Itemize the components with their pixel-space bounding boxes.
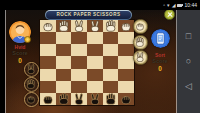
board-cell[interactable] xyxy=(87,69,103,81)
board-cell[interactable] xyxy=(40,56,56,68)
white-scissors-piece[interactable] xyxy=(89,20,101,32)
screen-icon: ▫ xyxy=(163,3,165,8)
recents-button[interactable]: □ xyxy=(186,32,191,41)
black-tray-scissors[interactable] xyxy=(24,62,39,77)
board-cell[interactable] xyxy=(71,44,87,56)
status-icons: ▫▾◢ xyxy=(163,3,175,8)
title-banner-inner: ROCK PAPER SCISSORS xyxy=(46,11,131,19)
board-cell[interactable] xyxy=(56,20,72,32)
board-cell[interactable] xyxy=(103,81,119,93)
black-rock-piece[interactable] xyxy=(42,93,54,105)
board-cell[interactable] xyxy=(118,32,134,44)
game-title: ROCK PAPER SCISSORS xyxy=(57,12,121,17)
black-rock-piece[interactable] xyxy=(26,94,36,104)
board-cell[interactable] xyxy=(103,20,119,32)
board-cell[interactable] xyxy=(71,69,87,81)
white-tray-rock[interactable] xyxy=(133,19,148,34)
board-cell[interactable] xyxy=(103,69,119,81)
board-cell[interactable] xyxy=(56,69,72,81)
board-cell[interactable] xyxy=(56,32,72,44)
title-banner: ROCK PAPER SCISSORS xyxy=(45,10,132,20)
white-paper-piece[interactable] xyxy=(105,20,117,32)
board-cell[interactable] xyxy=(71,81,87,93)
home-button[interactable]: ○ xyxy=(186,57,191,66)
avatar-right-player xyxy=(151,29,170,48)
black-scissors-piece[interactable] xyxy=(89,93,101,105)
white-scissors-piece[interactable] xyxy=(135,52,145,62)
board-cell[interactable] xyxy=(87,20,103,32)
board xyxy=(40,20,134,105)
board-cell[interactable] xyxy=(118,69,134,81)
board-cell[interactable] xyxy=(103,56,119,68)
board-cell[interactable] xyxy=(56,81,72,93)
board-cell[interactable] xyxy=(40,32,56,44)
left-score-label: Score xyxy=(5,51,35,57)
status-time: 10:44 xyxy=(184,3,197,8)
black-tray-paper[interactable] xyxy=(24,77,39,92)
black-tray-rock[interactable] xyxy=(24,92,39,107)
board-cell[interactable] xyxy=(118,81,134,93)
board-cell[interactable] xyxy=(56,44,72,56)
board-cell[interactable] xyxy=(56,93,72,105)
app-screen: ▫▾◢ 10:44 □○◁ ROCK PAPER SCISSORS Hvid S… xyxy=(0,0,200,113)
board-cell[interactable] xyxy=(87,32,103,44)
computer-phone-avatar-icon xyxy=(151,29,170,48)
board-cell[interactable] xyxy=(87,56,103,68)
board-cell[interactable] xyxy=(103,32,119,44)
white-paper-piece[interactable] xyxy=(58,20,70,32)
white-tray-paper[interactable] xyxy=(133,35,148,50)
board-cell[interactable] xyxy=(71,32,87,44)
white-rock-piece[interactable] xyxy=(120,20,132,32)
black-rock-piece[interactable] xyxy=(120,93,132,105)
board-cell[interactable] xyxy=(71,93,87,105)
board-cell[interactable] xyxy=(71,20,87,32)
coin-badge xyxy=(24,36,31,43)
close-button[interactable] xyxy=(164,9,175,20)
black-paper-piece[interactable] xyxy=(105,93,117,105)
battery-icon xyxy=(177,4,182,7)
board-cell[interactable] xyxy=(56,56,72,68)
black-paper-piece[interactable] xyxy=(26,79,36,89)
black-paper-piece[interactable] xyxy=(58,93,70,105)
board-cell[interactable] xyxy=(118,20,134,32)
board-cell[interactable] xyxy=(118,56,134,68)
board-cell[interactable] xyxy=(40,20,56,32)
white-scissors-piece[interactable] xyxy=(73,20,85,32)
board-cell[interactable] xyxy=(40,81,56,93)
board-cell[interactable] xyxy=(103,93,119,105)
right-score-value: 0 xyxy=(146,66,174,73)
android-nav-bar: □○◁ xyxy=(177,10,200,113)
white-rock-piece[interactable] xyxy=(42,20,54,32)
board-cell[interactable] xyxy=(87,44,103,56)
white-paper-piece[interactable] xyxy=(135,37,145,47)
signal-icon: ◢ xyxy=(172,3,176,8)
board-cell[interactable] xyxy=(118,93,134,105)
wifi-icon: ▾ xyxy=(167,3,170,8)
right-score-label: Score xyxy=(146,59,174,65)
board-cell[interactable] xyxy=(103,44,119,56)
board-cell[interactable] xyxy=(87,93,103,105)
board-cell[interactable] xyxy=(87,81,103,93)
board-cell[interactable] xyxy=(40,69,56,81)
board-cell[interactable] xyxy=(40,93,56,105)
white-rock-piece[interactable] xyxy=(135,21,145,31)
back-button[interactable]: ◁ xyxy=(185,82,192,91)
black-scissors-piece[interactable] xyxy=(26,64,36,74)
board-cell[interactable] xyxy=(118,44,134,56)
board-cell[interactable] xyxy=(40,44,56,56)
black-scissors-piece[interactable] xyxy=(73,93,85,105)
status-bar: ▫▾◢ 10:44 xyxy=(0,0,200,10)
board-cell[interactable] xyxy=(71,56,87,68)
white-tray-scissors[interactable] xyxy=(133,50,148,65)
